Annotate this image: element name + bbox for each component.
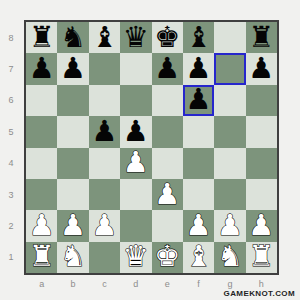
square-d6[interactable] — [120, 85, 151, 116]
square-e1[interactable]: ♚ — [152, 242, 183, 273]
square-h4[interactable] — [246, 148, 277, 179]
square-d1[interactable]: ♛ — [120, 242, 151, 273]
file-label-e: e — [152, 278, 183, 290]
square-g1[interactable]: ♞ — [214, 242, 245, 273]
piece-black-knight[interactable]: ♞ — [60, 22, 86, 53]
piece-black-pawn[interactable]: ♟ — [186, 85, 212, 116]
piece-white-queen[interactable]: ♛ — [123, 242, 149, 273]
square-h8[interactable]: ♜ — [246, 22, 277, 53]
rank-label-2: 2 — [0, 210, 22, 241]
square-g5[interactable] — [214, 116, 245, 147]
square-b2[interactable]: ♟ — [57, 210, 88, 241]
rank-label-4: 4 — [0, 148, 22, 179]
square-d5[interactable]: ♟ — [120, 116, 151, 147]
square-c3[interactable] — [89, 179, 120, 210]
rank-label-8: 8 — [0, 22, 22, 53]
piece-black-pawn[interactable]: ♟ — [123, 116, 149, 147]
square-e6[interactable] — [152, 85, 183, 116]
piece-white-king[interactable]: ♚ — [154, 242, 180, 273]
square-h5[interactable] — [246, 116, 277, 147]
piece-black-bishop[interactable]: ♝ — [186, 22, 212, 53]
piece-white-knight[interactable]: ♞ — [60, 242, 86, 273]
piece-white-bishop[interactable]: ♝ — [186, 242, 212, 273]
square-e8[interactable]: ♚ — [152, 22, 183, 53]
piece-black-pawn[interactable]: ♟ — [91, 116, 117, 147]
chessboard-screenshot: 87654321 ♜♞♝♛♚♝♜♟♟♟♟♟♟♟♟♟♟♟♟♟♟♟♟♜♞♛♚♝♞♜ … — [0, 0, 300, 300]
rank-label-5: 5 — [0, 116, 22, 147]
square-e7[interactable]: ♟ — [152, 53, 183, 84]
file-label-b: b — [57, 278, 88, 290]
square-b3[interactable] — [57, 179, 88, 210]
piece-white-rook[interactable]: ♜ — [29, 242, 55, 273]
piece-white-pawn[interactable]: ♟ — [217, 210, 243, 241]
square-a1[interactable]: ♜ — [26, 242, 57, 273]
square-f5[interactable] — [183, 116, 214, 147]
square-f6[interactable]: ♟ — [183, 85, 214, 116]
square-a4[interactable] — [26, 148, 57, 179]
rank-label-6: 6 — [0, 85, 22, 116]
piece-black-rook[interactable]: ♜ — [248, 22, 274, 53]
piece-white-pawn[interactable]: ♟ — [91, 210, 117, 241]
square-g8[interactable] — [214, 22, 245, 53]
piece-white-pawn[interactable]: ♟ — [60, 210, 86, 241]
rank-label-3: 3 — [0, 179, 22, 210]
square-c4[interactable] — [89, 148, 120, 179]
piece-white-pawn[interactable]: ♟ — [154, 179, 180, 210]
gameknot-logo-text: GAMEKNOT.COM — [224, 289, 295, 298]
piece-black-bishop[interactable]: ♝ — [91, 22, 117, 53]
square-c1[interactable] — [89, 242, 120, 273]
square-f1[interactable]: ♝ — [183, 242, 214, 273]
square-a3[interactable] — [26, 179, 57, 210]
square-b5[interactable] — [57, 116, 88, 147]
square-f4[interactable] — [183, 148, 214, 179]
rank-label-1: 1 — [0, 242, 22, 273]
square-c6[interactable] — [89, 85, 120, 116]
square-f8[interactable]: ♝ — [183, 22, 214, 53]
square-a2[interactable]: ♟ — [26, 210, 57, 241]
file-label-d: d — [120, 278, 151, 290]
square-b6[interactable] — [57, 85, 88, 116]
square-e2[interactable] — [152, 210, 183, 241]
square-h7[interactable]: ♟ — [246, 53, 277, 84]
piece-white-pawn[interactable]: ♟ — [29, 210, 55, 241]
square-f2[interactable]: ♟ — [183, 210, 214, 241]
piece-white-pawn[interactable]: ♟ — [186, 210, 212, 241]
square-e5[interactable] — [152, 116, 183, 147]
piece-white-pawn[interactable]: ♟ — [123, 148, 149, 179]
square-a7[interactable]: ♟ — [26, 53, 57, 84]
square-d4[interactable]: ♟ — [120, 148, 151, 179]
piece-white-rook[interactable]: ♜ — [248, 242, 274, 273]
square-f7[interactable]: ♟ — [183, 53, 214, 84]
square-c5[interactable]: ♟ — [89, 116, 120, 147]
square-g3[interactable] — [214, 179, 245, 210]
square-h1[interactable]: ♜ — [246, 242, 277, 273]
square-d7[interactable] — [120, 53, 151, 84]
square-c2[interactable]: ♟ — [89, 210, 120, 241]
square-a5[interactable] — [26, 116, 57, 147]
square-h3[interactable] — [246, 179, 277, 210]
piece-white-knight[interactable]: ♞ — [217, 242, 243, 273]
rank-labels: 87654321 — [0, 22, 22, 273]
square-g2[interactable]: ♟ — [214, 210, 245, 241]
piece-black-pawn[interactable]: ♟ — [29, 53, 55, 84]
chess-board[interactable]: ♜♞♝♛♚♝♜♟♟♟♟♟♟♟♟♟♟♟♟♟♟♟♟♜♞♛♚♝♞♜ — [24, 20, 279, 275]
piece-black-queen[interactable]: ♛ — [123, 22, 149, 53]
file-label-f: f — [183, 278, 214, 290]
file-label-a: a — [26, 278, 57, 290]
square-b4[interactable] — [57, 148, 88, 179]
piece-black-king[interactable]: ♚ — [154, 22, 180, 53]
square-b1[interactable]: ♞ — [57, 242, 88, 273]
square-a8[interactable]: ♜ — [26, 22, 57, 53]
piece-black-rook[interactable]: ♜ — [29, 22, 55, 53]
square-d2[interactable] — [120, 210, 151, 241]
piece-white-pawn[interactable]: ♟ — [248, 210, 274, 241]
square-h6[interactable] — [246, 85, 277, 116]
piece-black-pawn[interactable]: ♟ — [248, 53, 274, 84]
square-e3[interactable]: ♟ — [152, 179, 183, 210]
file-label-c: c — [89, 278, 120, 290]
square-d8[interactable]: ♛ — [120, 22, 151, 53]
piece-black-pawn[interactable]: ♟ — [60, 53, 86, 84]
square-h2[interactable]: ♟ — [246, 210, 277, 241]
square-e4[interactable] — [152, 148, 183, 179]
square-g6[interactable] — [214, 85, 245, 116]
square-g4[interactable] — [214, 148, 245, 179]
square-b7[interactable]: ♟ — [57, 53, 88, 84]
square-f3[interactable] — [183, 179, 214, 210]
piece-black-pawn[interactable]: ♟ — [154, 53, 180, 84]
square-g7[interactable] — [214, 53, 245, 84]
square-b8[interactable]: ♞ — [57, 22, 88, 53]
rank-label-7: 7 — [0, 53, 22, 84]
square-a6[interactable] — [26, 85, 57, 116]
square-d3[interactable] — [120, 179, 151, 210]
piece-black-pawn[interactable]: ♟ — [186, 53, 212, 84]
square-c8[interactable]: ♝ — [89, 22, 120, 53]
square-c7[interactable] — [89, 53, 120, 84]
